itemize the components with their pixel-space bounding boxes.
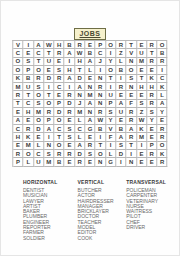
grid-cell: D <box>75 150 85 158</box>
grid-cell: V <box>106 125 116 133</box>
grid-cell: U <box>34 158 44 166</box>
grid-cell: T <box>75 66 85 74</box>
word-list-words: BUTCHERACTORHAIRDRESSERMANAGERBRICKLAYER… <box>78 188 127 241</box>
grid-cell: T <box>127 41 137 49</box>
grid-cell: E <box>85 75 95 83</box>
grid-cell: E <box>24 117 34 125</box>
grid-cell: E <box>13 142 23 150</box>
grid-cell: T <box>137 75 147 83</box>
title-row: JOBS <box>1 22 179 40</box>
grid-cell: J <box>96 58 106 66</box>
grid-cell: N <box>127 158 137 166</box>
grid-cell: R <box>75 158 85 166</box>
grid-cell: U <box>137 49 147 57</box>
grid-cell: B <box>54 158 64 166</box>
word-list-header: HORIZONTAL <box>23 179 78 185</box>
grid-cell: T <box>147 49 157 57</box>
grid-cell: E <box>147 125 157 133</box>
grid-cell: O <box>44 100 54 108</box>
grid-cell: Y <box>147 117 157 125</box>
grid-cell: N <box>96 100 106 108</box>
grid-cell: S <box>44 150 54 158</box>
grid-cell: S <box>137 100 147 108</box>
grid-cell: O <box>106 41 116 49</box>
grid-cell: H <box>137 83 147 91</box>
word-grid: VIAWHBREPORTEROCECTRAWBCIZVUTBOSTUEIHAJY… <box>12 40 167 167</box>
grid-cell: E <box>54 91 64 99</box>
grid-cell: A <box>127 125 137 133</box>
grid-cell: R <box>116 83 126 91</box>
grid-cell: E <box>85 41 95 49</box>
grid-cell: C <box>24 100 34 108</box>
grid-cell: R <box>54 150 64 158</box>
grid-cell: S <box>85 150 95 158</box>
grid-cell: I <box>24 41 34 49</box>
grid-cell: S <box>147 108 157 116</box>
grid-cell: G <box>85 125 95 133</box>
grid-cell: A <box>85 58 95 66</box>
grid-cell: P <box>147 142 157 150</box>
grid-cell: S <box>24 58 34 66</box>
grid-cell: P <box>96 41 106 49</box>
grid-cell: I <box>44 133 54 141</box>
grid-cell: I <box>157 66 167 74</box>
grid-cell: I <box>106 49 116 57</box>
grid-cell: B <box>116 125 126 133</box>
grid-cell: A <box>85 100 95 108</box>
grid-cell: S <box>106 108 116 116</box>
grid-cell: I <box>116 158 126 166</box>
grid-cell: E <box>116 117 126 125</box>
grid-cell: V <box>127 49 137 57</box>
grid-cell: T <box>96 142 106 150</box>
grid-cell: N <box>85 83 95 91</box>
grid-cell: E <box>137 66 147 74</box>
grid-cell: I <box>44 83 54 91</box>
grid-cell: M <box>44 158 54 166</box>
grid-cell: M <box>137 58 147 66</box>
grid-cell: Y <box>157 108 167 116</box>
grid-cell: O <box>34 66 44 74</box>
grid-cell: D <box>44 75 54 83</box>
grid-cell: L <box>116 58 126 66</box>
grid-cell: M <box>137 133 147 141</box>
grid-cell: E <box>157 117 167 125</box>
grid-cell: N <box>85 108 95 116</box>
grid-cell: O <box>157 142 167 150</box>
word-list-header: TRANSVERSAL <box>126 179 175 185</box>
grid-cell: T <box>44 49 54 57</box>
grid-cell: M <box>13 83 23 91</box>
grid-cell: C <box>54 83 64 91</box>
grid-cell: I <box>96 133 106 141</box>
grid-cell: H <box>75 58 85 66</box>
grid-cell: I <box>65 83 75 91</box>
grid-cell: S <box>116 142 126 150</box>
grid-cell: U <box>106 91 116 99</box>
word-list-column: TRANSVERSAL POLICEMANCARPENTERVETERINARY… <box>126 179 175 241</box>
grid-cell: Z <box>137 108 147 116</box>
grid-cell: W <box>44 41 54 49</box>
grid-cell: R <box>157 125 167 133</box>
grid-cell: Z <box>116 49 126 57</box>
grid-cell: H <box>65 66 75 74</box>
grid-cell: E <box>85 133 95 141</box>
grid-cell: R <box>44 108 54 116</box>
grid-cell: L <box>157 91 167 99</box>
grid-cell: N <box>75 91 85 99</box>
grid-cell: A <box>116 133 126 141</box>
grid-cell: Y <box>106 117 116 125</box>
grid-cell: S <box>54 66 64 74</box>
grid-cell: P <box>54 100 64 108</box>
grid-cell: R <box>54 49 64 57</box>
grid-cell: R <box>85 142 95 150</box>
grid-cell: E <box>147 133 157 141</box>
grid-cell: R <box>65 91 75 99</box>
word-list-words: POLICEMANCARPENTERVETERINARYNURSEWAITRES… <box>126 188 175 230</box>
grid-cell: L <box>24 158 34 166</box>
grid-cell: A <box>65 49 75 57</box>
grid-cell: H <box>147 83 157 91</box>
grid-cell: O <box>34 91 44 99</box>
grid-cell: E <box>13 108 23 116</box>
grid-cell: D <box>54 108 64 116</box>
grid-cell: L <box>34 142 44 150</box>
grid-cell: R <box>157 58 167 66</box>
grid-cell: T <box>44 91 54 99</box>
grid-cell: D <box>34 125 44 133</box>
puzzle-title: JOBS <box>74 28 105 40</box>
grid-cell: T <box>106 75 116 83</box>
grid-cell: R <box>147 41 157 49</box>
grid-cell: N <box>96 75 106 83</box>
grid-cell: I <box>137 142 147 150</box>
grid-cell: S <box>34 100 44 108</box>
grid-cell: R <box>147 58 157 66</box>
grid-cell: O <box>106 66 116 74</box>
grid-cell: R <box>65 150 75 158</box>
grid-cell: E <box>147 158 157 166</box>
grid-cell: R <box>147 150 157 158</box>
grid-cell: C <box>34 150 44 158</box>
grid-cell: E <box>127 91 137 99</box>
grid-cell: R <box>24 125 34 133</box>
grid-cell: C <box>96 49 106 57</box>
word-list-item: COOK <box>78 236 127 241</box>
grid-cell: C <box>34 49 44 57</box>
grid-cell: I <box>106 142 116 150</box>
grid-cell: F <box>127 100 137 108</box>
grid-cell: M <box>24 142 34 150</box>
grid-cell: P <box>106 100 116 108</box>
grid-cell: A <box>34 41 44 49</box>
grid-cell: E <box>65 117 75 125</box>
grid-cell: S <box>34 83 44 91</box>
grid-cell: S <box>65 133 75 141</box>
grid-cell: E <box>116 91 126 99</box>
grid-cell: N <box>127 83 137 91</box>
grid-cell: C <box>157 75 167 83</box>
grid-cell: R <box>65 108 75 116</box>
grid-cell: E <box>137 150 147 158</box>
grid-cell: B <box>96 125 106 133</box>
grid-cell: R <box>127 108 137 116</box>
grid-cell: T <box>127 142 137 150</box>
grid-cell: B <box>116 66 126 74</box>
grid-cell: T <box>24 91 34 99</box>
grid-cell: R <box>127 117 137 125</box>
grid-cell: K <box>13 75 23 83</box>
grid-cell: T <box>13 100 23 108</box>
grid-cell: O <box>96 150 106 158</box>
grid-cell: R <box>157 158 167 166</box>
grid-cell: I <box>65 58 75 66</box>
grid-cell: R <box>157 133 167 141</box>
word-list-item: SOLDIER <box>23 236 78 241</box>
grid-cell: D <box>65 100 75 108</box>
grid-cell: A <box>65 75 75 83</box>
grid-cell: E <box>147 66 157 74</box>
grid-cell: K <box>147 75 157 83</box>
grid-cell: C <box>75 125 85 133</box>
grid-cell: U <box>24 83 34 91</box>
grid-cell: H <box>54 41 64 49</box>
grid-cell: I <box>96 66 106 74</box>
grid-cell: P <box>44 117 54 125</box>
grid-cell: I <box>127 150 137 158</box>
grid-cell: D <box>75 75 85 83</box>
grid-cell: F <box>106 133 116 141</box>
grid-cell: H <box>13 133 23 141</box>
grid-cell: E <box>65 142 75 150</box>
grid-cell: R <box>13 91 23 99</box>
grid-cell: J <box>75 100 85 108</box>
grid-cell: M <box>75 108 85 116</box>
grid-cell: G <box>106 158 116 166</box>
grid-cell: B <box>85 49 95 57</box>
worksheet-page: JOBS VIAWHBREPORTEROCECTRAWBCIZVUTBOSTUE… <box>0 0 180 256</box>
grid-cell: E <box>85 158 95 166</box>
grid-cell: Y <box>106 58 116 66</box>
grid-cell: A <box>116 100 126 108</box>
grid-cell: K <box>137 125 147 133</box>
grid-cell: C <box>13 125 23 133</box>
grid-cell: R <box>34 75 44 83</box>
grid-cell: E <box>137 91 147 99</box>
word-list-column: VERTICAL BUTCHERACTORHAIRDRESSERMANAGERB… <box>78 179 127 241</box>
grid-cell: V <box>13 41 23 49</box>
grid-cell: P <box>24 66 34 74</box>
grid-cell: M <box>85 91 95 99</box>
word-list-header: VERTICAL <box>78 179 127 185</box>
grid-cell: C <box>54 125 64 133</box>
grid-cell: D <box>116 150 126 158</box>
grid-cell: E <box>137 158 147 166</box>
grid-cell: K <box>157 83 167 91</box>
grid-cell: L <box>75 117 85 125</box>
grid-cell: L <box>85 66 95 74</box>
grid-cell: W <box>75 49 85 57</box>
grid-cell: A <box>85 117 95 125</box>
grid-cell: A <box>157 100 167 108</box>
word-list-item: DRIVER <box>126 225 175 230</box>
grid-cell: B <box>24 75 34 83</box>
grid-cell: B <box>157 49 167 57</box>
grid-cell: R <box>147 91 157 99</box>
word-list-section: HORIZONTAL DENTISTMUSICIANLAWYERARTISTBA… <box>23 179 175 241</box>
grid-cell: W <box>137 117 147 125</box>
grid-cell: L <box>75 133 85 141</box>
grid-cell: E <box>54 58 64 66</box>
grid-cell: R <box>54 75 64 83</box>
grid-cell: L <box>106 150 116 158</box>
grid-cell: R <box>96 108 106 116</box>
grid-cell: P <box>13 158 23 166</box>
grid-cell: A <box>13 117 23 125</box>
grid-cell: N <box>96 158 106 166</box>
grid-cell: H <box>24 108 34 116</box>
grid-cell: E <box>137 41 147 49</box>
grid-cell: K <box>157 150 167 158</box>
grid-cell: O <box>34 117 44 125</box>
grid-cell: N <box>96 91 106 99</box>
grid-cell: C <box>13 49 23 57</box>
grid-cell: A <box>75 142 85 150</box>
grid-cell: R <box>75 41 85 49</box>
grid-cell: E <box>34 133 44 141</box>
grid-cell: I <box>116 75 126 83</box>
grid-cell: R <box>127 133 137 141</box>
grid-cell: O <box>54 117 64 125</box>
grid-cell: B <box>65 41 75 49</box>
grid-cell: R <box>147 100 157 108</box>
grid-cell: R <box>13 150 23 158</box>
grid-cell: O <box>157 41 167 49</box>
grid-cell: R <box>116 41 126 49</box>
grid-cell: T <box>54 133 64 141</box>
grid-cell: T <box>34 58 44 66</box>
grid-cell: R <box>96 83 106 91</box>
word-list-column: HORIZONTAL DENTISTMUSICIANLAWYERARTISTBA… <box>23 179 78 241</box>
grid-cell: S <box>65 125 75 133</box>
grid-cell: O <box>127 66 137 74</box>
word-list-words: DENTISTMUSICIANLAWYERARTISTBAKERPLUMBERE… <box>23 188 78 241</box>
grid-cell: O <box>24 150 34 158</box>
grid-cell: A <box>75 83 85 91</box>
grid-cell: K <box>24 133 34 141</box>
grid-cell: S <box>127 75 137 83</box>
grid-cell: A <box>44 125 54 133</box>
grid-cell: E <box>24 49 34 57</box>
grid-cell: O <box>13 66 23 74</box>
grid-cell: N <box>127 58 137 66</box>
grid-cell: E <box>65 158 75 166</box>
grid-cell: N <box>44 142 54 150</box>
grid-cell: M <box>34 108 44 116</box>
grid-cell: U <box>116 108 126 116</box>
grid-cell: E <box>44 66 54 74</box>
grid-cell: I <box>106 83 116 91</box>
grid-cell: W <box>96 117 106 125</box>
grid-cell: O <box>13 58 23 66</box>
grid-cell: U <box>44 58 54 66</box>
grid-cell: O <box>54 142 64 150</box>
